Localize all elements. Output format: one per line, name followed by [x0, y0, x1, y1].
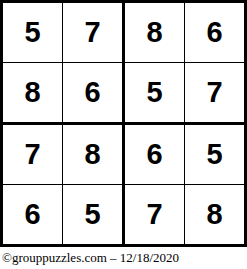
- copyright-footer: ©grouppuzzles.com – 12/18/2020: [2, 250, 179, 266]
- cell-r4c2: 5: [63, 185, 122, 244]
- sudoku-page: 5 7 8 6 8 6 5 7 7 8 6 5 6 5 7 8 ©grouppu…: [0, 0, 247, 269]
- cell-r2c2: 6: [63, 63, 122, 122]
- cell-r2c3: 5: [125, 63, 184, 122]
- cell-r1c1: 5: [3, 3, 62, 62]
- cell-r3c4: 5: [185, 125, 244, 184]
- cell-r2c1: 8: [3, 63, 62, 122]
- cell-r3c3: 6: [125, 125, 184, 184]
- cell-r4c4: 8: [185, 185, 244, 244]
- cell-r2c4: 7: [185, 63, 244, 122]
- cell-r1c2: 7: [63, 3, 122, 62]
- cell-r1c3: 8: [125, 3, 184, 62]
- cell-r1c4: 6: [185, 3, 244, 62]
- cell-r3c1: 7: [3, 125, 62, 184]
- sudoku-board: 5 7 8 6 8 6 5 7 7 8 6 5 6 5 7 8: [0, 0, 247, 247]
- cell-r4c1: 6: [3, 185, 62, 244]
- cell-r3c2: 8: [63, 125, 122, 184]
- cell-r4c3: 7: [125, 185, 184, 244]
